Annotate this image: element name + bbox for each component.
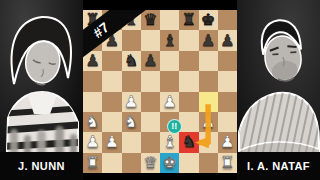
piece-black-pawn-h7[interactable]: ♟ [220, 33, 234, 49]
square-b1[interactable] [102, 153, 121, 173]
square-g8[interactable]: ♚ [199, 10, 218, 30]
square-b3[interactable] [102, 112, 121, 132]
square-e8[interactable] [160, 10, 179, 30]
square-f6[interactable] [179, 51, 198, 71]
piece-white-knight-a3[interactable]: ♞ [85, 114, 99, 130]
piece-white-pawn-e4[interactable]: ♟ [162, 94, 176, 110]
piece-white-pawn-a2[interactable]: ♟ [85, 134, 99, 150]
square-e2[interactable]: ♝ [160, 132, 179, 152]
white-player-name: J. NUNN [18, 160, 65, 172]
square-h8[interactable] [218, 10, 237, 30]
brilliant-move-badge: !! [167, 119, 182, 134]
square-g5[interactable] [199, 71, 218, 91]
white-player-nameplate: J. NUNN [0, 152, 83, 180]
square-d3[interactable] [141, 112, 160, 132]
square-a3[interactable]: ♞ [83, 112, 102, 132]
square-e1[interactable]: ♚ [160, 153, 179, 173]
square-g6[interactable] [199, 51, 218, 71]
square-d1[interactable]: ♛ [141, 153, 160, 173]
square-c2[interactable] [122, 132, 141, 152]
square-f1[interactable] [179, 153, 198, 173]
piece-white-king-e1[interactable]: ♚ [162, 155, 176, 171]
square-e4[interactable]: ♟ [160, 92, 179, 112]
square-h1[interactable]: ♜ [218, 153, 237, 173]
piece-black-knight-f2[interactable]: ♞ [182, 134, 196, 150]
piece-black-bishop-e7[interactable]: ♝ [162, 33, 176, 49]
piece-white-bishop-e2[interactable]: ♝ [162, 134, 176, 150]
piece-black-knight-c6[interactable]: ♞ [124, 53, 138, 69]
square-d2[interactable] [141, 132, 160, 152]
square-b2[interactable]: ♟ [102, 132, 121, 152]
brilliant-move-label: !! [171, 122, 177, 131]
square-c6[interactable]: ♞ [122, 51, 141, 71]
piece-black-pawn-a6[interactable]: ♟ [85, 53, 99, 69]
square-h7[interactable]: ♟ [218, 30, 237, 50]
square-d8[interactable]: ♛ [141, 10, 160, 30]
square-h6[interactable] [218, 51, 237, 71]
square-f7[interactable] [179, 30, 198, 50]
episode-number: #7 [90, 19, 112, 41]
square-h4[interactable] [218, 92, 237, 112]
square-b6[interactable] [102, 51, 121, 71]
square-g2[interactable] [199, 132, 218, 152]
square-e7[interactable]: ♝ [160, 30, 179, 50]
piece-black-pawn-g7[interactable]: ♟ [201, 33, 215, 49]
piece-white-queen-d1[interactable]: ♛ [143, 155, 157, 171]
square-a5[interactable] [83, 71, 102, 91]
piece-black-king-g8[interactable]: ♚ [201, 12, 215, 28]
piece-black-rook-f8[interactable]: ♜ [182, 12, 196, 28]
piece-black-queen-d8[interactable]: ♛ [143, 12, 157, 28]
square-a2[interactable]: ♟ [83, 132, 102, 152]
piece-white-pawn-b2[interactable]: ♟ [105, 134, 119, 150]
black-player-name: I. A. NATAF [247, 160, 310, 172]
square-d7[interactable] [141, 30, 160, 50]
square-b5[interactable] [102, 71, 121, 91]
square-g3[interactable]: ♟ [199, 112, 218, 132]
piece-black-pawn-d6[interactable]: ♟ [143, 53, 157, 69]
square-h3[interactable] [218, 112, 237, 132]
square-f5[interactable] [179, 71, 198, 91]
piece-white-pawn-c4[interactable]: ♟ [124, 94, 138, 110]
square-d4[interactable] [141, 92, 160, 112]
square-f4[interactable] [179, 92, 198, 112]
square-a1[interactable]: ♜ [83, 153, 102, 173]
square-g7[interactable]: ♟ [199, 30, 218, 50]
square-c4[interactable]: ♟ [122, 92, 141, 112]
square-g1[interactable] [199, 153, 218, 173]
square-e5[interactable] [160, 71, 179, 91]
square-h2[interactable]: ♟ [218, 132, 237, 152]
square-f8[interactable]: ♜ [179, 10, 198, 30]
piece-white-knight-c3[interactable]: ♞ [124, 114, 138, 130]
piece-white-pawn-g3[interactable]: ♟ [201, 114, 215, 130]
square-c5[interactable] [122, 71, 141, 91]
square-f2[interactable]: ♞ [179, 132, 198, 152]
square-d5[interactable] [141, 71, 160, 91]
square-c1[interactable] [122, 153, 141, 173]
square-c7[interactable] [122, 30, 141, 50]
square-g4[interactable] [199, 92, 218, 112]
piece-white-rook-h1[interactable]: ♜ [220, 155, 234, 171]
square-b4[interactable] [102, 92, 121, 112]
board-area: ♜♝♛♜♚♟♝♟♟♟♞♟♟♟♞♞♟♟♟♝♞♟♜♛♚♜ !! #7 [83, 10, 237, 173]
thumbnail-stage: ♜♝♛♜♚♟♝♟♟♟♞♟♟♟♞♞♟♟♟♝♞♟♜♛♚♜ !! #7 J. NUNN… [0, 0, 320, 180]
square-h5[interactable] [218, 71, 237, 91]
black-player-nameplate: I. A. NATAF [237, 152, 320, 180]
square-f3[interactable] [179, 112, 198, 132]
square-d6[interactable]: ♟ [141, 51, 160, 71]
piece-white-rook-a1[interactable]: ♜ [85, 155, 99, 171]
piece-white-pawn-h2[interactable]: ♟ [220, 134, 234, 150]
square-c3[interactable]: ♞ [122, 112, 141, 132]
square-a4[interactable] [83, 92, 102, 112]
square-e6[interactable] [160, 51, 179, 71]
